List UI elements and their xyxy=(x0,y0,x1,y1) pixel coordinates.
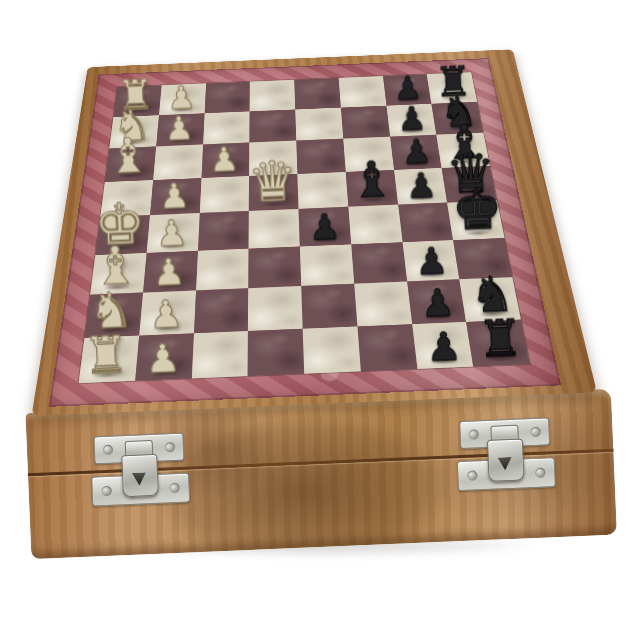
square-g2: ♟ xyxy=(139,290,196,335)
square-a5 xyxy=(294,78,340,109)
square-f2: ♟ xyxy=(143,251,198,293)
square-h2: ♟ xyxy=(135,333,194,381)
square-h1: ♜ xyxy=(79,335,140,383)
square-g4 xyxy=(248,286,303,331)
square-f5 xyxy=(300,244,354,286)
board-scene: ♜♟♟♜♞♟♟♞♝♟♟♝♟♛♝♟♛♚♟♟♚♝♟♟♞♟♟♞♜♟♟♜ xyxy=(5,0,607,454)
square-b6 xyxy=(341,105,390,138)
board-3d: ♜♟♟♜♞♟♟♞♝♟♟♝♟♛♝♟♛♚♟♟♚♝♟♟♞♟♟♞♜♟♟♜ xyxy=(31,49,597,416)
white-rook-h1: ♜ xyxy=(82,329,130,382)
square-h7: ♟ xyxy=(412,322,474,369)
square-g6 xyxy=(354,282,412,327)
square-b2: ♟ xyxy=(156,113,204,146)
square-e6 xyxy=(348,205,402,244)
square-f3 xyxy=(196,248,249,290)
square-e5: ♟ xyxy=(299,207,351,246)
square-g5 xyxy=(301,284,357,329)
square-e2: ♟ xyxy=(146,213,199,253)
square-c5 xyxy=(296,139,345,174)
black-bishop-d6: ♝ xyxy=(349,155,395,206)
square-h5 xyxy=(303,326,361,374)
black-pawn-f7: ♟ xyxy=(415,242,449,280)
wooden-box: ♜♟♟♜♞♟♟♞♝♟♟♝♟♛♝♟♛♚♟♟♚♝♟♟♞♟♟♞♜♟♟♜ xyxy=(0,0,640,640)
screw-icon xyxy=(101,486,111,496)
black-pawn-b7: ♟ xyxy=(397,102,427,136)
square-h4 xyxy=(248,328,304,376)
square-a4 xyxy=(250,80,295,112)
white-pawn-f2: ♟ xyxy=(151,253,185,291)
square-b5 xyxy=(295,107,343,140)
black-pawn-e5: ♟ xyxy=(308,208,341,245)
white-queen-d4: ♛ xyxy=(247,153,299,210)
board-wood-rim: ♜♟♟♜♞♟♟♞♝♟♟♝♟♛♝♟♛♚♟♟♚♝♟♟♞♟♟♞♜♟♟♜ xyxy=(31,49,597,416)
square-f6 xyxy=(351,242,407,284)
black-pawn-c7: ♟ xyxy=(401,134,432,169)
white-pawn-e2: ♟ xyxy=(155,214,188,251)
square-c3: ♟ xyxy=(201,143,249,178)
square-a3 xyxy=(204,82,250,114)
square-b4 xyxy=(250,109,297,142)
square-d2: ♟ xyxy=(150,178,201,215)
square-g7: ♟ xyxy=(407,279,466,323)
square-d5 xyxy=(297,172,348,209)
white-pawn-c3: ♟ xyxy=(209,142,240,177)
square-h3 xyxy=(191,331,248,379)
white-pawn-h2: ♟ xyxy=(144,338,181,378)
square-f4 xyxy=(248,246,301,288)
square-f7: ♟ xyxy=(402,240,459,282)
square-e4 xyxy=(249,209,300,248)
square-d7: ♟ xyxy=(394,168,448,205)
chess-board: ♜♟♟♜♞♟♟♞♝♟♟♝♟♛♝♟♛♚♟♟♚♝♟♟♞♟♟♞♜♟♟♜ xyxy=(77,72,531,384)
screw-icon xyxy=(467,470,477,480)
white-pawn-g2: ♟ xyxy=(148,294,183,333)
product-photo-chess-set: ♜♟♟♜♞♟♟♞♝♟♟♝♟♛♝♟♛♚♟♟♚♝♟♟♞♟♟♞♜♟♟♜ xyxy=(0,0,640,640)
square-a6 xyxy=(338,76,386,107)
square-h6 xyxy=(357,324,417,372)
square-d3 xyxy=(199,176,249,213)
black-pawn-g7: ♟ xyxy=(420,283,455,322)
white-pawn-b2: ♟ xyxy=(164,111,194,145)
white-bishop-c1: ♝ xyxy=(106,131,151,180)
square-h8: ♜ xyxy=(466,319,530,366)
board-stone-border: ♜♟♟♜♞♟♟♞♝♟♟♝♟♛♝♟♛♚♟♟♚♝♟♟♞♟♟♞♜♟♟♜ xyxy=(49,58,561,407)
square-g3 xyxy=(194,288,249,333)
black-king-e8: ♚ xyxy=(451,180,504,239)
white-pawn-d2: ♟ xyxy=(158,178,190,214)
screw-icon xyxy=(169,483,179,493)
square-c1: ♝ xyxy=(105,146,156,181)
black-rook-h8: ♜ xyxy=(477,312,525,365)
square-d4: ♛ xyxy=(249,174,299,211)
square-e7 xyxy=(398,203,454,242)
screw-icon xyxy=(535,468,545,478)
square-e8: ♚ xyxy=(447,201,504,240)
black-pawn-d7: ♟ xyxy=(406,167,438,203)
square-c2 xyxy=(153,145,203,180)
square-e3 xyxy=(198,211,249,251)
black-pawn-h7: ♟ xyxy=(426,326,463,366)
square-d6: ♝ xyxy=(346,170,398,207)
